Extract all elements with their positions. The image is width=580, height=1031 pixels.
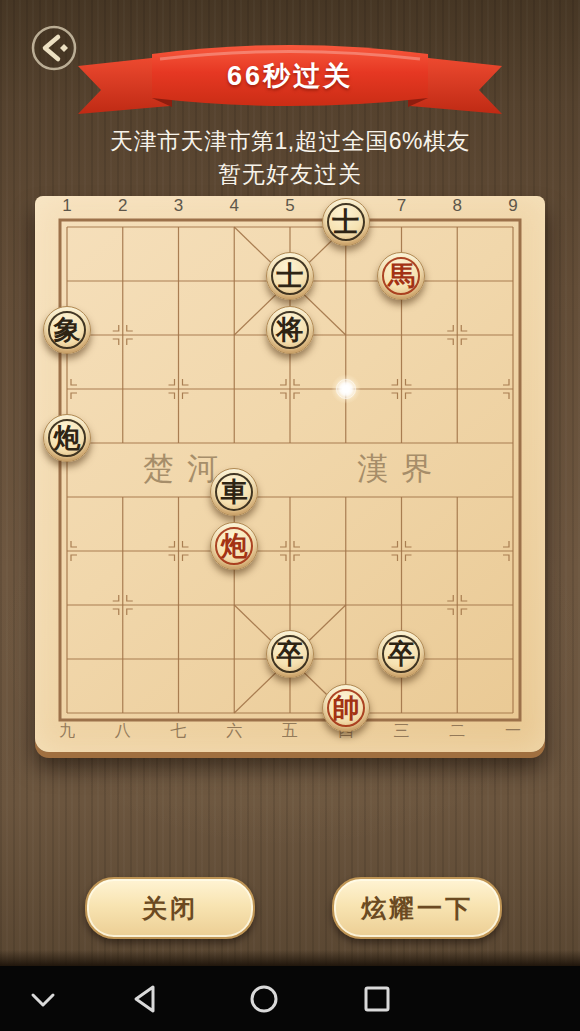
recents-square-icon[interactable] — [362, 984, 392, 1014]
brag-button-label: 炫耀一下 — [361, 892, 473, 925]
piece-black-pawn[interactable]: 卒 — [266, 630, 314, 678]
piece-character: 将 — [276, 316, 303, 343]
piece-character: 炮 — [53, 424, 80, 451]
piece-red-cannon[interactable]: 炮 — [210, 522, 258, 570]
piece-black-chariot[interactable]: 車 — [210, 468, 258, 516]
piece-character: 炮 — [221, 532, 248, 559]
piece-character: 卒 — [276, 640, 303, 667]
piece-black-general[interactable]: 将 — [266, 306, 314, 354]
piece-black-elephant[interactable]: 象 — [43, 306, 91, 354]
piece-black-advisor[interactable]: 士 — [266, 252, 314, 300]
piece-character: 車 — [221, 478, 248, 505]
piece-character: 士 — [276, 262, 303, 289]
chevron-down-icon[interactable] — [30, 992, 56, 1008]
piece-black-pawn[interactable]: 卒 — [377, 630, 425, 678]
close-button[interactable]: 关闭 — [85, 877, 255, 939]
piece-black-cannon[interactable]: 炮 — [43, 414, 91, 462]
board-grid: 士士馬象将炮車炮卒卒帥 — [39, 200, 541, 740]
piece-character: 象 — [53, 316, 80, 343]
brag-button[interactable]: 炫耀一下 — [332, 877, 502, 939]
close-button-label: 关闭 — [142, 892, 198, 925]
home-circle-icon[interactable] — [249, 984, 279, 1014]
rank-subtitle: 天津市天津市第1,超过全国6%棋友 — [0, 126, 580, 157]
ribbon-title: 66秒过关 — [0, 58, 580, 94]
piece-red-general[interactable]: 帥 — [322, 684, 370, 732]
app-screen: 66秒过关 天津市天津市第1,超过全国6%棋友 暂无好友过关 123456789… — [0, 0, 580, 1031]
piece-black-advisor[interactable]: 士 — [322, 198, 370, 246]
hint-sparkle — [331, 374, 361, 404]
piece-red-horse[interactable]: 馬 — [377, 252, 425, 300]
back-triangle-icon[interactable] — [131, 984, 161, 1014]
piece-character: 帥 — [332, 694, 359, 721]
piece-character: 士 — [332, 208, 359, 235]
floor-shadow — [0, 950, 580, 966]
friends-subtitle: 暂无好友过关 — [0, 159, 580, 190]
piece-character: 卒 — [388, 640, 415, 667]
android-navbar — [0, 966, 580, 1031]
xiangqi-board[interactable]: 123456789 九八七六五四三二一 楚河 漢界 士士馬象将炮車炮卒卒帥 — [35, 196, 545, 752]
piece-character: 馬 — [388, 262, 415, 289]
